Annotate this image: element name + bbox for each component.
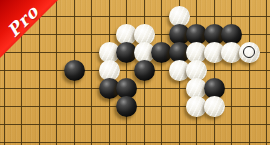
white-stone-last-move[interactable] (239, 42, 260, 63)
grid-line-horizontal (0, 142, 270, 143)
black-stone[interactable] (116, 96, 137, 117)
black-stone[interactable] (134, 60, 155, 81)
go-board[interactable] (0, 0, 270, 145)
go-app-screenshot: Pro (0, 0, 270, 145)
last-move-circle-marker-icon (243, 46, 255, 58)
grid-line-horizontal (0, 124, 270, 125)
white-stone[interactable] (204, 96, 225, 117)
black-stone[interactable] (64, 60, 85, 81)
